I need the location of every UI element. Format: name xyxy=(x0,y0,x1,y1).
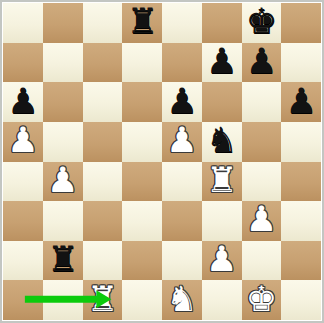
square-b8[interactable] xyxy=(43,3,83,43)
square-c4[interactable] xyxy=(83,162,123,202)
white-pawn-piece[interactable]: ♟ xyxy=(166,123,197,158)
black-rook-piece[interactable]: ♜ xyxy=(126,4,157,39)
square-d2[interactable] xyxy=(122,241,162,281)
square-e1[interactable]: ♞ xyxy=(162,280,202,320)
black-knight-piece[interactable]: ♞ xyxy=(206,123,237,158)
white-pawn-piece[interactable]: ♟ xyxy=(47,163,78,198)
square-g4[interactable] xyxy=(242,162,282,202)
black-king-piece[interactable]: ♚ xyxy=(246,4,277,39)
square-g8[interactable]: ♚ xyxy=(242,3,282,43)
square-e6[interactable]: ♟ xyxy=(162,82,202,122)
square-a7[interactable] xyxy=(3,43,43,83)
black-pawn-piece[interactable]: ♟ xyxy=(7,84,38,119)
black-pawn-piece[interactable]: ♟ xyxy=(246,44,277,79)
square-e4[interactable] xyxy=(162,162,202,202)
square-f1[interactable] xyxy=(202,280,242,320)
square-h7[interactable] xyxy=(281,43,321,83)
square-d4[interactable] xyxy=(122,162,162,202)
square-e3[interactable] xyxy=(162,201,202,241)
square-h6[interactable]: ♟ xyxy=(281,82,321,122)
square-c7[interactable] xyxy=(83,43,123,83)
square-a6[interactable]: ♟ xyxy=(3,82,43,122)
square-f7[interactable]: ♟ xyxy=(202,43,242,83)
square-h8[interactable] xyxy=(281,3,321,43)
white-knight-piece[interactable]: ♞ xyxy=(166,282,197,317)
square-e8[interactable] xyxy=(162,3,202,43)
square-h4[interactable] xyxy=(281,162,321,202)
square-b6[interactable] xyxy=(43,82,83,122)
square-b5[interactable] xyxy=(43,122,83,162)
black-rook-piece[interactable]: ♜ xyxy=(47,242,78,277)
square-f8[interactable] xyxy=(202,3,242,43)
square-g7[interactable]: ♟ xyxy=(242,43,282,83)
square-f4[interactable]: ♜ xyxy=(202,162,242,202)
white-rook-piece[interactable]: ♜ xyxy=(87,282,118,317)
white-pawn-piece[interactable]: ♟ xyxy=(206,242,237,277)
square-a4[interactable] xyxy=(3,162,43,202)
square-b7[interactable] xyxy=(43,43,83,83)
square-d6[interactable] xyxy=(122,82,162,122)
square-d8[interactable]: ♜ xyxy=(122,3,162,43)
square-f5[interactable]: ♞ xyxy=(202,122,242,162)
white-pawn-piece[interactable]: ♟ xyxy=(7,123,38,158)
square-a5[interactable]: ♟ xyxy=(3,122,43,162)
square-b4[interactable]: ♟ xyxy=(43,162,83,202)
square-a2[interactable] xyxy=(3,241,43,281)
white-king-piece[interactable]: ♚ xyxy=(246,282,277,317)
square-d1[interactable] xyxy=(122,280,162,320)
square-a3[interactable] xyxy=(3,201,43,241)
square-g6[interactable] xyxy=(242,82,282,122)
square-c3[interactable] xyxy=(83,201,123,241)
black-pawn-piece[interactable]: ♟ xyxy=(206,44,237,79)
square-f2[interactable]: ♟ xyxy=(202,241,242,281)
square-d5[interactable] xyxy=(122,122,162,162)
square-h1[interactable] xyxy=(281,280,321,320)
square-b1[interactable] xyxy=(43,280,83,320)
square-d7[interactable] xyxy=(122,43,162,83)
square-e5[interactable]: ♟ xyxy=(162,122,202,162)
square-f3[interactable] xyxy=(202,201,242,241)
square-b3[interactable] xyxy=(43,201,83,241)
square-g1[interactable]: ♚ xyxy=(242,280,282,320)
square-c5[interactable] xyxy=(83,122,123,162)
white-rook-piece[interactable]: ♜ xyxy=(206,163,237,198)
chess-board: ♜♚♟♟♟♟♟♟♟♞♟♜♟♜♟♜♞♚ xyxy=(3,3,321,320)
square-h5[interactable] xyxy=(281,122,321,162)
square-e2[interactable] xyxy=(162,241,202,281)
square-d3[interactable] xyxy=(122,201,162,241)
square-b2[interactable]: ♜ xyxy=(43,241,83,281)
square-g2[interactable] xyxy=(242,241,282,281)
square-g3[interactable]: ♟ xyxy=(242,201,282,241)
black-pawn-piece[interactable]: ♟ xyxy=(166,84,197,119)
chess-board-frame: ♜♚♟♟♟♟♟♟♟♞♟♜♟♜♟♜♞♚ xyxy=(0,0,324,323)
square-g5[interactable] xyxy=(242,122,282,162)
square-f6[interactable] xyxy=(202,82,242,122)
square-e7[interactable] xyxy=(162,43,202,83)
square-h3[interactable] xyxy=(281,201,321,241)
square-c8[interactable] xyxy=(83,3,123,43)
white-pawn-piece[interactable]: ♟ xyxy=(246,202,277,237)
square-a8[interactable] xyxy=(3,3,43,43)
square-h2[interactable] xyxy=(281,241,321,281)
square-c6[interactable] xyxy=(83,82,123,122)
black-pawn-piece[interactable]: ♟ xyxy=(285,84,316,119)
square-c2[interactable] xyxy=(83,241,123,281)
square-a1[interactable] xyxy=(3,280,43,320)
square-c1[interactable]: ♜ xyxy=(83,280,123,320)
